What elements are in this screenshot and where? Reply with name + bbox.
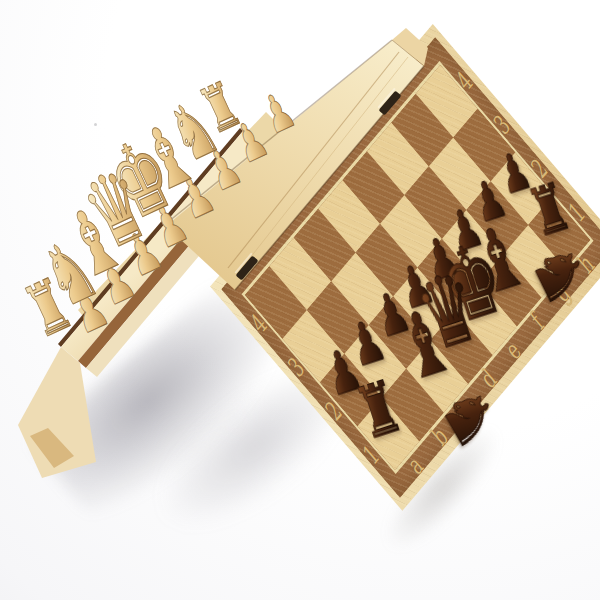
left-leaf-corner-cap [18,347,96,478]
white-knight-7: ♞ [158,88,229,176]
board-right-leaf: 44332211abcdefgh [210,24,600,511]
board-pinstripe-frame [242,61,594,474]
dust-speck [94,123,97,126]
white-pawn-4: ♟ [145,195,196,258]
white-pawn-7: ♟ [227,112,275,171]
white-pawn-1: ♟ [62,277,116,343]
white-knight-2: ♞ [31,226,109,322]
left-leaf-gap-line [58,128,243,347]
white-pawn-3: ♟ [117,222,169,286]
chess-set-photo: 44332211abcdefgh [0,0,600,600]
left-leaf-wall [61,131,260,361]
white-pawn-8: ♟ [254,85,301,143]
white-king-5: ♚ [94,123,187,237]
white-rook-8: ♜ [192,73,250,145]
white-pawn-6: ♟ [200,140,249,200]
board-border [221,37,600,497]
white-pawn-2: ♟ [90,249,143,314]
white-queen-4: ♛ [71,154,162,266]
chess-squares-grid [245,65,590,470]
white-rook-1: ♜ [15,267,82,349]
white-bishop-3: ♝ [53,192,135,293]
white-pawn-5: ♟ [172,167,222,228]
left-leaf-end-grain [30,428,74,468]
white-bishop-6: ♝ [129,110,207,206]
